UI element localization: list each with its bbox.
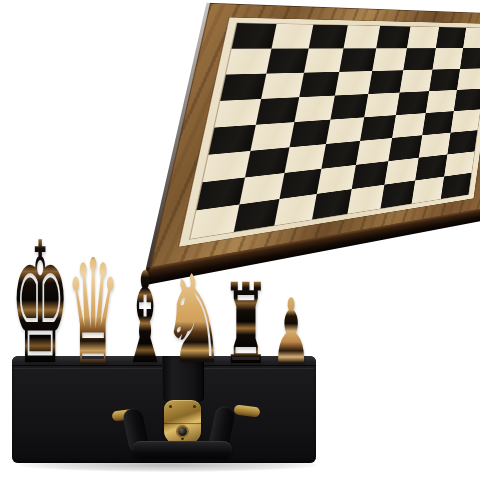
square-h1 — [441, 173, 472, 199]
square-e8 — [376, 26, 410, 48]
square-g5 — [426, 90, 457, 113]
square-d6 — [335, 71, 372, 96]
square-d5 — [330, 94, 368, 120]
square-a7 — [226, 49, 271, 75]
square-e7 — [372, 48, 407, 71]
square-g7 — [432, 48, 463, 69]
latch-screw — [169, 405, 172, 408]
square-e4 — [360, 115, 396, 141]
square-a8 — [232, 23, 277, 48]
square-b5 — [256, 97, 299, 125]
chessboard-frame — [150, 3, 480, 267]
brass-handle-pin-right — [233, 404, 260, 417]
square-f8 — [407, 27, 439, 49]
storage-case — [12, 356, 316, 463]
latch-screw — [193, 405, 196, 408]
square-b8 — [272, 24, 314, 49]
square-d1 — [312, 189, 352, 219]
square-c6 — [299, 72, 339, 97]
square-h5 — [454, 89, 480, 111]
square-a5 — [215, 99, 262, 128]
square-b1 — [234, 199, 280, 232]
square-h8 — [463, 28, 480, 48]
square-f1 — [381, 180, 416, 208]
square-c8 — [309, 25, 348, 49]
square-c7 — [304, 48, 344, 72]
square-c1 — [274, 194, 316, 226]
square-b6 — [261, 73, 304, 99]
piece-queen: ♛ — [66, 240, 121, 363]
case-handle — [132, 441, 232, 458]
square-f7 — [403, 48, 436, 70]
square-a6 — [220, 74, 266, 101]
square-g8 — [436, 27, 466, 48]
square-f5 — [396, 91, 429, 115]
square-f6 — [400, 70, 433, 93]
board-squares — [190, 23, 480, 239]
square-g6 — [429, 69, 460, 91]
square-g1 — [412, 177, 445, 204]
latch-stud — [178, 427, 187, 436]
square-f4 — [392, 113, 426, 138]
square-h6 — [457, 68, 480, 90]
board-maple-border — [179, 17, 480, 246]
square-h4 — [451, 109, 480, 132]
square-g4 — [422, 111, 454, 135]
piece-pawn: ♟ — [272, 287, 311, 364]
square-e1 — [347, 185, 384, 214]
square-c5 — [294, 96, 334, 123]
chess-set-product-photo: ♚♛♝♞♜♟ — [0, 0, 480, 480]
square-a1 — [190, 204, 239, 238]
square-d7 — [339, 48, 376, 71]
case-strap — [162, 356, 204, 402]
square-e6 — [368, 70, 403, 94]
latch-screw — [181, 437, 184, 440]
square-d8 — [344, 25, 381, 48]
square-e5 — [364, 93, 399, 118]
piece-king: ♚ — [10, 220, 70, 363]
square-h7 — [460, 48, 480, 69]
square-b7 — [266, 49, 308, 74]
piece-rook: ♜ — [222, 269, 270, 363]
brass-latch — [164, 400, 201, 444]
